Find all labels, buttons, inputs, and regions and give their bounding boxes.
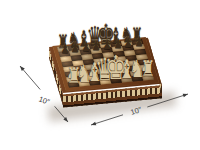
dimension-line (20, 66, 68, 122)
dimension-annotations: 10″ 10″ (0, 0, 200, 150)
dimension-label-width: 10″ (129, 105, 143, 117)
arrowhead-icon (91, 122, 96, 125)
chess-set-product-photo: ♜♞♝♛♚♝♞♜♟♟♟♟♟♟♟♟♟♟♟♟♟♟♟♟♜♞♝♛♚♝♞♜ 10″ 10″ (0, 0, 200, 150)
dimension-line-depth: 10″ (20, 66, 68, 122)
dimension-line-width: 10″ (91, 94, 188, 125)
dimension-label-depth: 10″ (37, 94, 51, 106)
arrowhead-icon (183, 94, 188, 97)
